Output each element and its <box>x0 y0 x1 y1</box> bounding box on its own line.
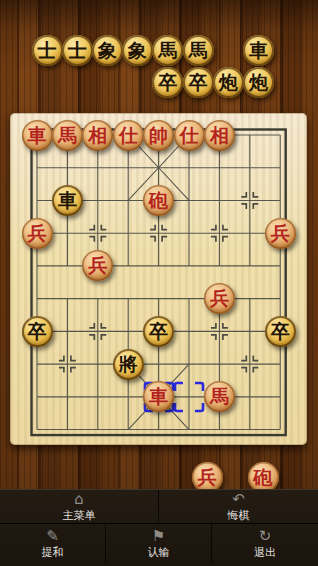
red-elephant[interactable]: 相 <box>82 120 113 151</box>
piece-character: 兵 <box>88 250 107 281</box>
nav-row-1: ⌂ 主菜单 ↶ 悔棋 <box>0 490 318 524</box>
black-pawn[interactable]: 卒 <box>22 316 53 347</box>
piece-character: 帥 <box>149 119 168 150</box>
red-pawn[interactable]: 兵 <box>265 218 296 249</box>
red-elephant[interactable]: 相 <box>204 120 235 151</box>
home-icon: ⌂ <box>74 492 84 508</box>
captured-black-piece: 馬 <box>183 35 214 66</box>
red-chariot[interactable]: 車 <box>22 120 53 151</box>
piece-character: 仕 <box>119 119 138 150</box>
piece-character: 兵 <box>210 283 229 314</box>
wood-background: 士士象象馬馬車卒卒炮炮 車馬相仕帥仕相車砲兵兵兵兵卒卒卒將車馬 兵砲 ⌂ 主菜单… <box>0 0 318 566</box>
resign-button[interactable]: ⚑ 认输 <box>106 524 212 563</box>
piece-character: 馬 <box>210 381 229 412</box>
piece-character: 士 <box>68 34 87 65</box>
piece-character: 兵 <box>271 217 290 248</box>
exit-button[interactable]: ↻ 退出 <box>212 524 318 563</box>
captured-black-piece: 炮 <box>213 67 244 98</box>
captured-black-piece: 士 <box>32 35 63 66</box>
piece-character: 砲 <box>149 184 168 215</box>
piece-character: 馬 <box>58 119 77 150</box>
undo-icon: ↶ <box>232 492 245 508</box>
piece-character: 車 <box>28 119 47 150</box>
piece-character: 象 <box>128 34 147 65</box>
piece-character: 卒 <box>271 315 290 346</box>
pencil-icon: ✎ <box>46 529 59 545</box>
red-pawn[interactable]: 兵 <box>22 218 53 249</box>
piece-character: 士 <box>38 34 57 65</box>
piece-character: 象 <box>98 34 117 65</box>
red-cannon[interactable]: 砲 <box>143 185 174 216</box>
nav-row-2: ✎ 提和 ⚑ 认输 ↻ 退出 <box>0 524 318 563</box>
main-menu-label: 主菜单 <box>63 509 96 522</box>
captured-black-piece: 炮 <box>243 67 274 98</box>
piece-character: 炮 <box>249 66 268 97</box>
piece-character: 兵 <box>28 217 47 248</box>
piece-character: 將 <box>119 348 138 379</box>
piece-character: 相 <box>210 119 229 150</box>
red-horse[interactable]: 馬 <box>204 381 235 412</box>
captured-black-piece: 士 <box>62 35 93 66</box>
piece-character: 馬 <box>158 34 177 65</box>
piece-character: 兵 <box>198 461 217 492</box>
black-general[interactable]: 將 <box>113 349 144 380</box>
piece-character: 炮 <box>219 66 238 97</box>
black-pawn[interactable]: 卒 <box>265 316 296 347</box>
red-general[interactable]: 帥 <box>143 120 174 151</box>
captured-red-piece: 兵 <box>192 462 223 493</box>
red-pawn[interactable]: 兵 <box>204 283 235 314</box>
captured-black-piece: 象 <box>92 35 123 66</box>
piece-character: 卒 <box>158 66 177 97</box>
piece-character: 車 <box>149 381 168 412</box>
black-chariot[interactable]: 車 <box>52 185 83 216</box>
piece-character: 車 <box>249 34 268 65</box>
flag-icon: ⚑ <box>152 529 165 545</box>
captured-black-piece: 卒 <box>183 67 214 98</box>
piece-character: 相 <box>88 119 107 150</box>
offer-draw-label: 提和 <box>42 546 64 559</box>
bottom-nav-bar: ⌂ 主菜单 ↶ 悔棋 ✎ 提和 ⚑ 认输 ↻ 退出 <box>0 489 318 566</box>
piece-character: 馬 <box>189 34 208 65</box>
captured-red-piece: 砲 <box>248 462 279 493</box>
piece-character: 卒 <box>149 315 168 346</box>
resign-label: 认输 <box>148 546 170 559</box>
offer-draw-button[interactable]: ✎ 提和 <box>0 524 106 563</box>
piece-character: 卒 <box>28 315 47 346</box>
exit-label: 退出 <box>254 546 276 559</box>
piece-character: 砲 <box>254 461 273 492</box>
red-horse[interactable]: 馬 <box>52 120 83 151</box>
captured-black-piece: 車 <box>243 35 274 66</box>
captured-black-piece: 象 <box>122 35 153 66</box>
red-advisor[interactable]: 仕 <box>174 120 205 151</box>
captured-black-piece: 馬 <box>152 35 183 66</box>
captured-black-piece: 卒 <box>152 67 183 98</box>
red-advisor[interactable]: 仕 <box>113 120 144 151</box>
piece-character: 卒 <box>189 66 208 97</box>
undo-move-button[interactable]: ↶ 悔棋 <box>159 490 318 523</box>
undo-move-label: 悔棋 <box>228 509 250 522</box>
piece-character: 車 <box>58 184 77 215</box>
refresh-icon: ↻ <box>259 529 272 545</box>
piece-character: 仕 <box>180 119 199 150</box>
black-pawn[interactable]: 卒 <box>143 316 174 347</box>
main-menu-button[interactable]: ⌂ 主菜单 <box>0 490 159 523</box>
